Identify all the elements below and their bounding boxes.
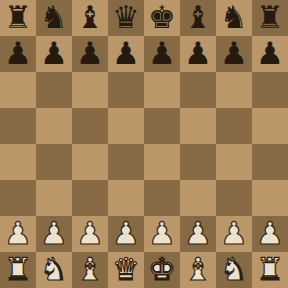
piece-white-pawn[interactable]: ♟: [76, 215, 104, 251]
square-a3[interactable]: [0, 180, 36, 216]
square-f2[interactable]: ♟: [180, 216, 216, 252]
square-c6[interactable]: [72, 72, 108, 108]
piece-black-queen[interactable]: ♛: [112, 0, 140, 35]
square-b3[interactable]: [36, 180, 72, 216]
square-f3[interactable]: [180, 180, 216, 216]
square-g2[interactable]: ♟: [216, 216, 252, 252]
square-d5[interactable]: [108, 108, 144, 144]
square-f8[interactable]: ♝: [180, 0, 216, 36]
square-e6[interactable]: [144, 72, 180, 108]
square-e2[interactable]: ♟: [144, 216, 180, 252]
square-c7[interactable]: ♟: [72, 36, 108, 72]
piece-black-pawn[interactable]: ♟: [40, 35, 68, 71]
piece-black-pawn[interactable]: ♟: [220, 35, 248, 71]
piece-white-pawn[interactable]: ♟: [184, 215, 212, 251]
square-a8[interactable]: ♜: [0, 0, 36, 36]
square-b1[interactable]: ♞: [36, 252, 72, 288]
piece-white-queen[interactable]: ♛: [112, 251, 140, 287]
piece-white-king[interactable]: ♚: [148, 251, 176, 287]
square-h7[interactable]: ♟: [252, 36, 288, 72]
square-b2[interactable]: ♟: [36, 216, 72, 252]
piece-black-bishop[interactable]: ♝: [76, 0, 104, 35]
square-d3[interactable]: [108, 180, 144, 216]
square-c2[interactable]: ♟: [72, 216, 108, 252]
chess-board: ♜♞♝♛♚♝♞♜♟♟♟♟♟♟♟♟♟♟♟♟♟♟♟♟♜♞♝♛♚♝♞♜: [0, 0, 288, 288]
piece-black-rook[interactable]: ♜: [256, 0, 284, 35]
piece-black-rook[interactable]: ♜: [4, 0, 32, 35]
piece-black-pawn[interactable]: ♟: [4, 35, 32, 71]
square-b6[interactable]: [36, 72, 72, 108]
square-f1[interactable]: ♝: [180, 252, 216, 288]
square-h4[interactable]: [252, 144, 288, 180]
square-d6[interactable]: [108, 72, 144, 108]
square-b5[interactable]: [36, 108, 72, 144]
piece-white-knight[interactable]: ♞: [40, 251, 68, 287]
piece-white-pawn[interactable]: ♟: [148, 215, 176, 251]
square-h3[interactable]: [252, 180, 288, 216]
square-e3[interactable]: [144, 180, 180, 216]
piece-white-pawn[interactable]: ♟: [40, 215, 68, 251]
piece-white-rook[interactable]: ♜: [256, 251, 284, 287]
square-c1[interactable]: ♝: [72, 252, 108, 288]
square-a4[interactable]: [0, 144, 36, 180]
square-e4[interactable]: [144, 144, 180, 180]
square-b7[interactable]: ♟: [36, 36, 72, 72]
piece-white-knight[interactable]: ♞: [220, 251, 248, 287]
piece-black-pawn[interactable]: ♟: [184, 35, 212, 71]
square-e5[interactable]: [144, 108, 180, 144]
square-f6[interactable]: [180, 72, 216, 108]
square-a2[interactable]: ♟: [0, 216, 36, 252]
square-g1[interactable]: ♞: [216, 252, 252, 288]
square-g4[interactable]: [216, 144, 252, 180]
piece-white-pawn[interactable]: ♟: [4, 215, 32, 251]
square-f5[interactable]: [180, 108, 216, 144]
piece-black-pawn[interactable]: ♟: [76, 35, 104, 71]
piece-black-pawn[interactable]: ♟: [148, 35, 176, 71]
square-b8[interactable]: ♞: [36, 0, 72, 36]
piece-white-bishop[interactable]: ♝: [76, 251, 104, 287]
square-h5[interactable]: [252, 108, 288, 144]
square-d2[interactable]: ♟: [108, 216, 144, 252]
square-g5[interactable]: [216, 108, 252, 144]
piece-white-rook[interactable]: ♜: [4, 251, 32, 287]
square-d1[interactable]: ♛: [108, 252, 144, 288]
square-h8[interactable]: ♜: [252, 0, 288, 36]
piece-white-pawn[interactable]: ♟: [220, 215, 248, 251]
square-e8[interactable]: ♚: [144, 0, 180, 36]
square-a1[interactable]: ♜: [0, 252, 36, 288]
piece-black-bishop[interactable]: ♝: [184, 0, 212, 35]
square-g3[interactable]: [216, 180, 252, 216]
square-g6[interactable]: [216, 72, 252, 108]
piece-black-pawn[interactable]: ♟: [112, 35, 140, 71]
piece-white-bishop[interactable]: ♝: [184, 251, 212, 287]
piece-white-pawn[interactable]: ♟: [256, 215, 284, 251]
square-h6[interactable]: [252, 72, 288, 108]
square-h2[interactable]: ♟: [252, 216, 288, 252]
piece-black-pawn[interactable]: ♟: [256, 35, 284, 71]
square-e7[interactable]: ♟: [144, 36, 180, 72]
square-g7[interactable]: ♟: [216, 36, 252, 72]
square-b4[interactable]: [36, 144, 72, 180]
square-c5[interactable]: [72, 108, 108, 144]
piece-white-pawn[interactable]: ♟: [112, 215, 140, 251]
square-f4[interactable]: [180, 144, 216, 180]
square-a6[interactable]: [0, 72, 36, 108]
square-h1[interactable]: ♜: [252, 252, 288, 288]
square-d7[interactable]: ♟: [108, 36, 144, 72]
square-d8[interactable]: ♛: [108, 0, 144, 36]
square-c4[interactable]: [72, 144, 108, 180]
square-g8[interactable]: ♞: [216, 0, 252, 36]
piece-black-knight[interactable]: ♞: [220, 0, 248, 35]
piece-black-knight[interactable]: ♞: [40, 0, 68, 35]
square-c8[interactable]: ♝: [72, 0, 108, 36]
square-a7[interactable]: ♟: [0, 36, 36, 72]
square-d4[interactable]: [108, 144, 144, 180]
square-a5[interactable]: [0, 108, 36, 144]
square-c3[interactable]: [72, 180, 108, 216]
square-f7[interactable]: ♟: [180, 36, 216, 72]
piece-black-king[interactable]: ♚: [148, 0, 176, 35]
square-e1[interactable]: ♚: [144, 252, 180, 288]
